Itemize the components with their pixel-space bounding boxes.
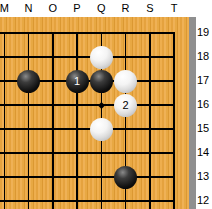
intersection-P17[interactable]: 1 (65, 69, 89, 93)
intersection-N12[interactable] (16, 189, 40, 209)
intersection-S16[interactable] (138, 93, 162, 117)
intersection-Q16[interactable] (89, 93, 113, 117)
intersection-T14[interactable] (162, 141, 186, 165)
star-point-Q16 (98, 101, 105, 108)
intersection-S14[interactable] (138, 141, 162, 165)
intersection-Q17[interactable] (89, 69, 113, 93)
row-label-19: 19 (197, 25, 212, 39)
intersection-P18[interactable] (65, 45, 89, 69)
stone-white-R17[interactable] (114, 70, 137, 93)
intersection-M14[interactable] (0, 141, 16, 165)
go-diagram: M N O P Q R S T 12 19 18 17 16 15 14 13 … (0, 0, 212, 209)
intersection-R16[interactable]: 2 (113, 93, 137, 117)
intersection-N14[interactable] (16, 141, 40, 165)
intersection-P14[interactable] (65, 141, 89, 165)
row-label-12: 12 (197, 193, 212, 207)
intersection-T12[interactable] (162, 189, 186, 209)
stone-black-N17[interactable] (17, 70, 40, 93)
board-grid: 12 (0, 21, 186, 209)
intersection-T15[interactable] (162, 117, 186, 141)
column-label-S: S (140, 1, 160, 15)
column-label-P: P (67, 1, 87, 15)
column-label-T: T (164, 1, 184, 15)
row-label-15: 15 (197, 121, 212, 135)
intersection-R13[interactable] (113, 165, 137, 189)
intersection-T19[interactable] (162, 21, 186, 45)
intersection-R17[interactable] (113, 69, 137, 93)
stone-black-Q17[interactable] (90, 70, 113, 93)
intersection-Q13[interactable] (89, 165, 113, 189)
stone-move-number: 2 (122, 99, 128, 111)
intersection-P12[interactable] (65, 189, 89, 209)
row-label-17: 17 (197, 73, 212, 87)
intersection-Q18[interactable] (89, 45, 113, 69)
column-label-M: M (0, 1, 14, 15)
intersection-S15[interactable] (138, 117, 162, 141)
row-label-16: 16 (197, 97, 212, 111)
column-label-Q: Q (91, 1, 111, 15)
intersection-N16[interactable] (16, 93, 40, 117)
stone-move-number: 1 (74, 75, 80, 87)
intersection-N18[interactable] (16, 45, 40, 69)
intersection-Q14[interactable] (89, 141, 113, 165)
intersection-M12[interactable] (0, 189, 16, 209)
column-label-R: R (116, 1, 136, 15)
intersection-Q12[interactable] (89, 189, 113, 209)
intersection-N17[interactable] (16, 69, 40, 93)
intersection-M13[interactable] (0, 165, 16, 189)
stone-white-Q15[interactable] (90, 118, 113, 141)
intersection-P15[interactable] (65, 117, 89, 141)
intersection-O14[interactable] (41, 141, 65, 165)
intersection-M15[interactable] (0, 117, 16, 141)
intersection-S17[interactable] (138, 69, 162, 93)
intersection-R19[interactable] (113, 21, 137, 45)
intersection-M19[interactable] (0, 21, 16, 45)
intersection-O17[interactable] (41, 69, 65, 93)
intersection-R18[interactable] (113, 45, 137, 69)
go-board: 12 (0, 17, 189, 209)
row-label-14: 14 (197, 145, 212, 159)
intersection-N13[interactable] (16, 165, 40, 189)
stone-white-Q18[interactable] (90, 46, 113, 69)
intersection-O15[interactable] (41, 117, 65, 141)
intersection-P13[interactable] (65, 165, 89, 189)
intersection-O18[interactable] (41, 45, 65, 69)
stone-black-R13[interactable] (114, 166, 137, 189)
stone-white-R16[interactable]: 2 (114, 94, 137, 117)
intersection-P16[interactable] (65, 93, 89, 117)
intersection-S18[interactable] (138, 45, 162, 69)
intersection-N19[interactable] (16, 21, 40, 45)
intersection-O19[interactable] (41, 21, 65, 45)
intersection-P19[interactable] (65, 21, 89, 45)
intersection-S13[interactable] (138, 165, 162, 189)
intersection-Q19[interactable] (89, 21, 113, 45)
intersection-M18[interactable] (0, 45, 16, 69)
intersection-M17[interactable] (0, 69, 16, 93)
intersection-M16[interactable] (0, 93, 16, 117)
intersection-S12[interactable] (138, 189, 162, 209)
intersection-O13[interactable] (41, 165, 65, 189)
stone-black-P17[interactable]: 1 (66, 70, 89, 93)
intersection-R12[interactable] (113, 189, 137, 209)
intersection-R15[interactable] (113, 117, 137, 141)
intersection-T18[interactable] (162, 45, 186, 69)
row-label-13: 13 (197, 169, 212, 183)
row-label-18: 18 (197, 49, 212, 63)
intersection-N15[interactable] (16, 117, 40, 141)
intersection-R14[interactable] (113, 141, 137, 165)
column-label-O: O (43, 1, 63, 15)
intersection-S19[interactable] (138, 21, 162, 45)
column-label-N: N (19, 1, 39, 15)
board-edge-shadow (189, 17, 196, 209)
intersection-O12[interactable] (41, 189, 65, 209)
intersection-T13[interactable] (162, 165, 186, 189)
intersection-Q15[interactable] (89, 117, 113, 141)
intersection-T17[interactable] (162, 69, 186, 93)
intersection-T16[interactable] (162, 93, 186, 117)
intersection-O16[interactable] (41, 93, 65, 117)
